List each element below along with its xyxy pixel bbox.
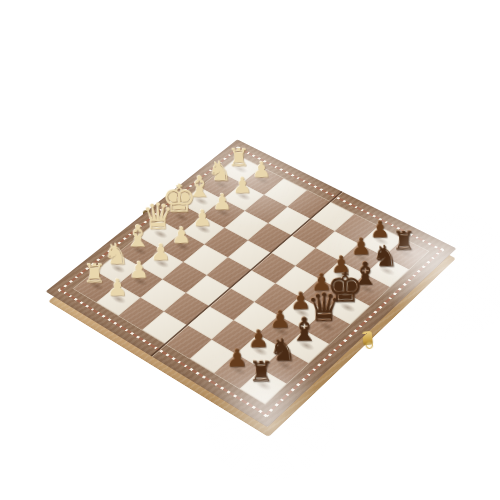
board-squares bbox=[74, 156, 428, 404]
clasp-ring-icon bbox=[365, 341, 373, 349]
brass-clasp bbox=[350, 317, 382, 349]
product-photo: ♜♞♝♛♚♝♞♜♟♟♟♟♟♟♟♟♟♟♟♟♟♟♟♟♜♞♝♛♚♝♞♜ bbox=[0, 0, 500, 500]
chess-board: ♜♞♝♛♚♝♞♜♟♟♟♟♟♟♟♟♟♟♟♟♟♟♟♟♜♞♝♛♚♝♞♜ bbox=[46, 139, 457, 427]
catch-pin-icon bbox=[143, 210, 149, 216]
board-face: ♜♞♝♛♚♝♞♜♟♟♟♟♟♟♟♟♟♟♟♟♟♟♟♟♜♞♝♛♚♝♞♜ bbox=[46, 139, 457, 427]
